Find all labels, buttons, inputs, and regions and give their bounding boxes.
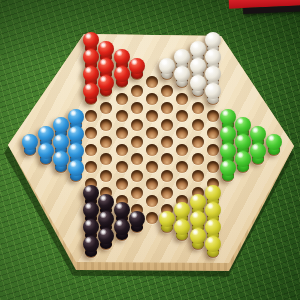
peg-head: [235, 117, 251, 133]
peg-green-c13-i3[interactable]: [220, 160, 236, 181]
hole-c7-i1[interactable]: [131, 85, 143, 97]
peg-green-c16-i0[interactable]: [266, 134, 282, 155]
hole-c10-i6[interactable]: [176, 161, 188, 173]
peg-head: [159, 211, 175, 227]
peg-head: [83, 32, 99, 48]
hole-c5-i4[interactable]: [100, 119, 112, 131]
hole-c5-i6[interactable]: [100, 153, 112, 165]
peg-head: [114, 202, 130, 218]
peg-head: [68, 126, 84, 142]
peg-white-c10-i1[interactable]: [174, 66, 190, 87]
hole-c4-i4[interactable]: [85, 110, 97, 122]
peg-head: [250, 143, 266, 159]
peg-head: [114, 66, 130, 82]
peg-head: [68, 109, 84, 125]
peg-head: [174, 202, 190, 218]
peg-head: [159, 58, 175, 74]
peg-head: [220, 143, 236, 159]
peg-yellow-c10-i10[interactable]: [174, 219, 190, 240]
hole-c5-i7[interactable]: [100, 170, 112, 182]
peg-head: [205, 49, 221, 65]
hole-c11-i7[interactable]: [192, 170, 204, 182]
peg-head: [98, 211, 114, 227]
hole-c12-i6[interactable]: [207, 144, 219, 156]
peg-head: [190, 228, 206, 244]
peg-head: [190, 211, 206, 227]
hole-c8-i5[interactable]: [146, 161, 158, 173]
hole-c4-i5[interactable]: [85, 127, 97, 139]
peg-head: [205, 185, 221, 201]
peg-head: [98, 228, 114, 244]
hole-c8-i6[interactable]: [146, 178, 158, 190]
scene: [0, 0, 300, 300]
hole-c7-i5[interactable]: [131, 153, 143, 165]
hole-c6-i3[interactable]: [116, 110, 128, 122]
peg-head: [83, 49, 99, 65]
hole-c12-i4[interactable]: [207, 110, 219, 122]
peg-head: [174, 219, 190, 235]
peg-head: [98, 194, 114, 210]
peg-head: [98, 41, 114, 57]
peg-head: [68, 160, 84, 176]
peg-blue-c1-i1[interactable]: [38, 143, 54, 164]
peg-head: [205, 83, 221, 99]
hole-c5-i3[interactable]: [100, 102, 112, 114]
peg-white-c9-i0[interactable]: [159, 58, 175, 79]
hole-c11-i3[interactable]: [192, 102, 204, 114]
hole-c6-i5[interactable]: [116, 144, 128, 156]
hole-c12-i5[interactable]: [207, 127, 219, 139]
hole-c8-i3[interactable]: [146, 127, 158, 139]
hole-c8-i8[interactable]: [146, 212, 158, 224]
peg-head: [190, 194, 206, 210]
peg-head: [250, 126, 266, 142]
hole-c9-i2[interactable]: [161, 102, 173, 114]
hole-c4-i7[interactable]: [85, 161, 97, 173]
peg-head: [235, 151, 251, 167]
peg-head: [205, 32, 221, 48]
hole-c9-i7[interactable]: [161, 187, 173, 199]
hole-c8-i4[interactable]: [146, 144, 158, 156]
holes-and-pegs-layer: [0, 0, 300, 300]
peg-head: [53, 117, 69, 133]
hole-c11-i6[interactable]: [192, 153, 204, 165]
hole-c10-i2[interactable]: [176, 93, 188, 105]
peg-black-c4-i12[interactable]: [83, 236, 99, 257]
hole-c9-i6[interactable]: [161, 170, 173, 182]
hole-c9-i4[interactable]: [161, 136, 173, 148]
peg-head: [129, 211, 145, 227]
peg-head: [53, 151, 69, 167]
peg-head: [38, 126, 54, 142]
hole-c10-i5[interactable]: [176, 144, 188, 156]
peg-blue-c3-i3[interactable]: [68, 160, 84, 181]
peg-head: [174, 49, 190, 65]
peg-head: [235, 134, 251, 150]
peg-yellow-c11-i11[interactable]: [190, 228, 206, 249]
peg-head: [83, 185, 99, 201]
hole-c11-i5[interactable]: [192, 136, 204, 148]
peg-blue-c0-i0[interactable]: [22, 134, 38, 155]
hole-c8-i2[interactable]: [146, 110, 158, 122]
peg-head: [205, 202, 221, 218]
peg-red-c6-i1[interactable]: [114, 66, 130, 87]
peg-green-c14-i2[interactable]: [235, 151, 251, 172]
hole-c6-i6[interactable]: [116, 161, 128, 173]
hole-c7-i3[interactable]: [131, 119, 143, 131]
peg-head: [83, 202, 99, 218]
peg-head: [83, 236, 99, 252]
hole-c11-i4[interactable]: [192, 119, 204, 131]
peg-black-c6-i10[interactable]: [114, 219, 130, 240]
hole-c7-i2[interactable]: [131, 102, 143, 114]
hole-c8-i7[interactable]: [146, 195, 158, 207]
hole-c7-i6[interactable]: [131, 170, 143, 182]
peg-blue-c2-i2[interactable]: [53, 151, 69, 172]
hole-c6-i7[interactable]: [116, 178, 128, 190]
peg-green-c15-i1[interactable]: [250, 143, 266, 164]
peg-head: [205, 66, 221, 82]
peg-head: [174, 66, 190, 82]
peg-white-c11-i2[interactable]: [190, 75, 206, 96]
peg-yellow-c9-i9[interactable]: [159, 211, 175, 232]
hole-c7-i4[interactable]: [131, 136, 143, 148]
peg-head: [205, 219, 221, 235]
hole-c6-i4[interactable]: [116, 127, 128, 139]
peg-red-c7-i0[interactable]: [129, 58, 145, 79]
peg-head: [220, 109, 236, 125]
peg-head: [22, 134, 38, 150]
peg-black-c7-i9[interactable]: [129, 211, 145, 232]
hole-c4-i6[interactable]: [85, 144, 97, 156]
peg-head: [114, 49, 130, 65]
hole-c8-i1[interactable]: [146, 93, 158, 105]
peg-yellow-c12-i12[interactable]: [205, 236, 221, 257]
peg-head: [83, 66, 99, 82]
peg-head: [220, 126, 236, 142]
hole-c10-i4[interactable]: [176, 127, 188, 139]
peg-head: [190, 75, 206, 91]
hole-c5-i5[interactable]: [100, 136, 112, 148]
hole-c6-i2[interactable]: [116, 93, 128, 105]
hole-c10-i3[interactable]: [176, 110, 188, 122]
peg-head: [98, 75, 114, 91]
peg-head: [98, 58, 114, 74]
peg-red-c5-i2[interactable]: [98, 75, 114, 96]
hole-c10-i7[interactable]: [176, 178, 188, 190]
hole-c8-i0[interactable]: [146, 76, 158, 88]
peg-red-c4-i3[interactable]: [83, 83, 99, 104]
peg-head: [83, 219, 99, 235]
hole-c9-i5[interactable]: [161, 153, 173, 165]
peg-head: [38, 143, 54, 159]
peg-head: [190, 41, 206, 57]
hole-c9-i3[interactable]: [161, 119, 173, 131]
hole-c12-i7[interactable]: [207, 161, 219, 173]
peg-head: [220, 160, 236, 176]
hole-c9-i1[interactable]: [161, 85, 173, 97]
hole-c7-i7[interactable]: [131, 187, 143, 199]
peg-black-c5-i11[interactable]: [98, 228, 114, 249]
peg-head: [266, 134, 282, 150]
peg-head: [129, 58, 145, 74]
peg-white-c12-i3[interactable]: [205, 83, 221, 104]
peg-head: [53, 134, 69, 150]
peg-head: [68, 143, 84, 159]
peg-head: [205, 236, 221, 252]
peg-head: [190, 58, 206, 74]
peg-head: [114, 219, 130, 235]
peg-head: [83, 83, 99, 99]
